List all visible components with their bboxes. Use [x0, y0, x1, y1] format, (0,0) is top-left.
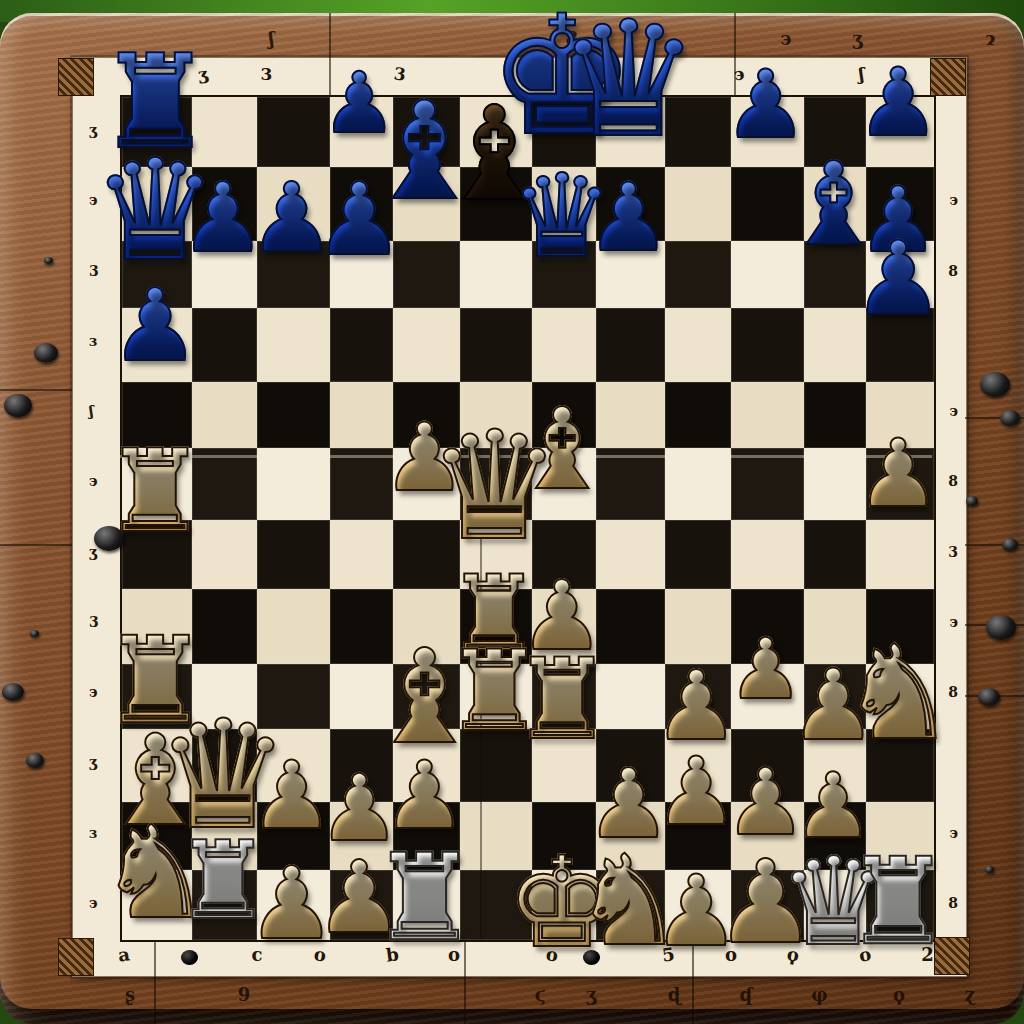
frame-marking: ɖ	[668, 986, 681, 1004]
square-r5c9[interactable]	[731, 448, 804, 520]
left-coordinate-label: ϶	[89, 685, 98, 699]
piece-blue-queen[interactable]: ♛	[557, 0, 700, 160]
piece-blue-pawn[interactable]: ♟	[314, 170, 404, 270]
square-r6c2[interactable]	[257, 520, 329, 589]
square-r5c2[interactable]	[257, 448, 329, 520]
left-coordinate-label: ʒ	[89, 545, 97, 559]
square-r4c9[interactable]	[731, 382, 804, 448]
hinge-knob	[966, 496, 978, 506]
right-coordinate-label: ϶	[949, 193, 958, 207]
square-r3c1[interactable]	[192, 308, 257, 382]
square-r3c7[interactable]	[596, 308, 666, 382]
square-r7c2[interactable]	[257, 589, 329, 664]
frame-marking: ʒ	[852, 30, 862, 48]
right-coordinate-label: 8	[948, 264, 958, 278]
frame-marking: ʃ	[268, 30, 274, 48]
frame-marking: ɂ	[985, 30, 995, 48]
left-coordinate-label: ʃ	[89, 404, 94, 418]
frame-marking: ʠ	[740, 986, 753, 1004]
square-r5c8[interactable]	[665, 448, 731, 520]
piece-white-rook[interactable]: ♜	[844, 842, 952, 962]
right-coordinate-label: 3	[948, 545, 958, 559]
square-r3c8[interactable]	[665, 308, 731, 382]
corner-inlay	[58, 938, 94, 976]
hinge-knob	[986, 615, 1016, 640]
frame-marking: ɀ	[965, 986, 975, 1004]
square-r0c2[interactable]	[257, 97, 329, 167]
piece-white-knight[interactable]: ♞	[840, 628, 957, 758]
piece-white-pawn[interactable]: ♟	[856, 427, 940, 521]
frame-marking: φ	[811, 986, 827, 1004]
square-r3c3[interactable]	[330, 308, 393, 382]
square-r6c3[interactable]	[330, 520, 393, 589]
fold-seam	[0, 389, 72, 391]
left-coordinate-label: 3	[89, 615, 99, 629]
piece-blue-pawn[interactable]: ♟	[852, 228, 943, 330]
top-coordinate-label: 3	[261, 66, 273, 83]
piece-white-rook[interactable]: ♜	[512, 644, 612, 756]
square-r6c7[interactable]	[596, 520, 666, 589]
square-r3c2[interactable]	[257, 308, 329, 382]
square-r6c8[interactable]	[665, 520, 731, 589]
square-r3c6[interactable]	[532, 308, 596, 382]
fold-seam	[0, 544, 72, 546]
square-r6c11[interactable]	[866, 520, 934, 589]
square-r6c10[interactable]	[804, 520, 866, 589]
square-r3c5[interactable]	[460, 308, 532, 382]
frame-marking: ʂ	[125, 986, 135, 1004]
bottom-coordinate-label: a	[116, 945, 130, 964]
frame-marking: ϙ	[893, 986, 905, 1004]
hinge-knob	[980, 372, 1010, 397]
hinge-knob	[44, 257, 53, 264]
square-r3c4[interactable]	[393, 308, 461, 382]
chess-illustration: ʒ33϶ʃacoboo5oϙo2ʒ϶3ɜʃ϶ʒ3϶ʒɜ϶϶8϶83϶8϶8 ♜♛…	[0, 0, 1024, 1024]
left-coordinate-label: ɜ	[89, 334, 97, 348]
frame-marking: ϛ	[535, 986, 546, 1004]
hinge-knob	[4, 394, 32, 417]
frame-marking: ʒ	[586, 986, 596, 1004]
piece-blue-pawn[interactable]: ♟	[586, 171, 670, 265]
right-coordinate-label: ϶	[949, 404, 958, 418]
corner-inlay	[58, 58, 94, 96]
square-r6c9[interactable]	[731, 520, 804, 589]
fold-seam	[154, 940, 156, 1024]
hinge-knob	[985, 866, 994, 873]
hinge-knob	[26, 753, 44, 768]
square-r2c8[interactable]	[665, 241, 731, 308]
square-r3c9[interactable]	[731, 308, 804, 382]
left-coordinate-label: ɜ	[89, 826, 97, 840]
piece-white-rook[interactable]: ♜	[371, 838, 479, 958]
right-coordinate-label: 8	[948, 474, 958, 488]
hinge-knob	[94, 526, 124, 551]
frame-marking: ϶	[780, 30, 791, 48]
piece-blue-pawn[interactable]: ♟	[110, 276, 200, 376]
frame-marking: 9	[238, 986, 251, 1004]
square-r4c8[interactable]	[665, 382, 731, 448]
hinge-knob	[1002, 538, 1018, 551]
left-coordinate-label: ϶	[89, 896, 98, 910]
square-r4c2[interactable]	[257, 382, 329, 448]
piece-white-queen[interactable]: ♛	[427, 411, 561, 561]
hinge-knob	[1000, 410, 1020, 426]
captured-pawn-dot	[181, 950, 198, 965]
left-coordinate-label: ʒ	[89, 755, 97, 769]
left-coordinate-label: ϶	[89, 474, 98, 488]
square-r1c8[interactable]	[665, 167, 731, 241]
